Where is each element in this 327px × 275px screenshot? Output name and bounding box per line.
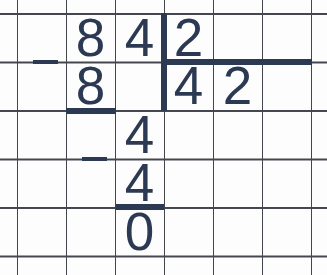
minus-sign-step-1 (33, 60, 58, 64)
digit-cell: 8 (66, 13, 115, 62)
digit-cell: 0 (115, 207, 164, 256)
digit-cell: 2 (213, 62, 262, 111)
digit-cell: 4 (115, 110, 164, 159)
digit-cell: 4 (115, 13, 164, 62)
digit-cell: 2 (164, 13, 213, 62)
digit-cell: 4 (164, 62, 213, 111)
digit-cell: 8 (66, 62, 115, 111)
grid-paper-sheet: 842842440 (0, 0, 327, 275)
digit-cell: 4 (115, 159, 164, 208)
division-board: 842842440 (0, 0, 327, 275)
minus-sign-step-2 (82, 157, 107, 161)
